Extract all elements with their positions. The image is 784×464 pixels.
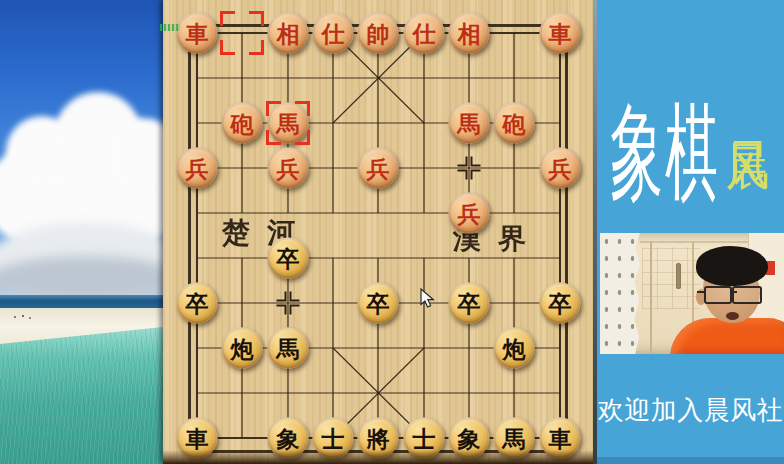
red-piece-c-r2c1[interactable]: 砲 [222,103,263,144]
black-piece-h-r7c2[interactable]: 馬 [268,328,309,369]
red-piece-p-r3c2[interactable]: 兵 [268,148,309,189]
beach-specks [14,316,16,318]
red-piece-p-r4c6[interactable]: 兵 [449,193,490,234]
cabinet-seam [650,241,652,354]
glasses-icon [704,286,762,303]
board-edge-shadow [163,450,593,464]
webcam-view [600,233,784,354]
red-piece-k-r0c4[interactable]: 帥 [358,13,399,54]
panel-bottom-strip [597,457,784,464]
stream-screenshot: 楚河 漢界 車相仕帥仕相車砲馬馬砲兵兵兵兵兵卒卒卒卒卒炮馬炮車象士將士象馬車 象… [0,0,784,464]
red-piece-r-r0c8[interactable]: 車 [540,13,581,54]
red-piece-a-r0c3[interactable]: 仕 [313,13,354,54]
mouse-cursor-icon [420,288,436,310]
glasses-lens [704,286,732,304]
red-piece-p-r3c0[interactable]: 兵 [177,148,218,189]
black-piece-p-r6c4[interactable]: 卒 [358,283,399,324]
streamer-mouth [726,312,739,320]
join-banner-text: 欢迎加入晨风社 [597,391,784,429]
lagoon-water [0,327,163,464]
black-piece-p-r6c6[interactable]: 卒 [449,283,490,324]
cabinet-handle [676,263,681,289]
green-watermark [160,24,180,31]
black-piece-c-r7c1[interactable]: 炮 [222,328,263,369]
curtain [600,233,640,354]
red-piece-p-r3c8[interactable]: 兵 [540,148,581,189]
black-piece-p-r6c0[interactable]: 卒 [177,283,218,324]
red-piece-a-r0c5[interactable]: 仕 [404,13,445,54]
black-piece-c-r7c7[interactable]: 炮 [494,328,535,369]
black-piece-p-r5c2[interactable]: 卒 [268,238,309,279]
stream-subtitle: 晨风 [725,99,771,105]
beach-background-photo [0,0,163,464]
stream-title: 象棋 [610,98,720,206]
red-piece-r-r0c0[interactable]: 車 [177,13,218,54]
red-piece-e-r0c2[interactable]: 相 [268,13,309,54]
streamer-hair [696,246,768,286]
red-piece-c-r2c7[interactable]: 砲 [494,103,535,144]
red-piece-p-r3c4[interactable]: 兵 [358,148,399,189]
black-piece-p-r6c8[interactable]: 卒 [540,283,581,324]
stream-side-panel: 象棋 晨风 欢迎加入晨风社 [597,0,784,464]
red-piece-e-r0c6[interactable]: 相 [449,13,490,54]
glasses-lens [732,286,762,304]
red-piece-h-r2c2[interactable]: 馬 [268,103,309,144]
streamer-orange-shirt [670,318,784,354]
xiangqi-board[interactable]: 楚河 漢界 車相仕帥仕相車砲馬馬砲兵兵兵兵兵卒卒卒卒卒炮馬炮車象士將士象馬車 [163,0,593,464]
red-piece-h-r2c6[interactable]: 馬 [449,103,490,144]
